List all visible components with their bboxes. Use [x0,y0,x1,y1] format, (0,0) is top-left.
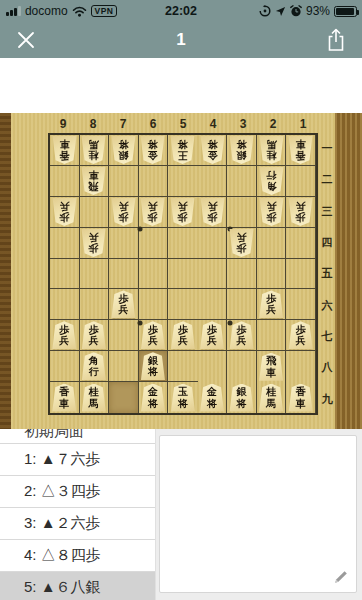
shogi-piece[interactable]: 歩兵 [170,198,195,226]
board-frame-left [0,113,11,429]
initial-position-label: 初期局面 [0,429,155,441]
board-square[interactable]: 歩兵 [257,197,287,228]
board-square[interactable]: 香車 [50,135,80,166]
shogi-piece[interactable]: 歩兵 [200,321,225,349]
board-square[interactable]: 歩兵 [227,228,257,259]
rank-label: 九 [318,384,336,415]
content-gap [0,58,362,113]
board-square[interactable] [109,351,139,382]
shogi-piece[interactable]: 玉将 [170,384,195,412]
shogi-piece[interactable]: 歩兵 [229,229,254,257]
board-square[interactable]: 銀将 [227,382,257,413]
shogi-piece[interactable]: 桂馬 [81,384,106,412]
board-square[interactable]: 王将 [168,135,198,166]
board-square[interactable]: 歩兵 [286,320,316,351]
board-square[interactable]: 歩兵 [257,289,287,320]
board-square[interactable] [168,259,198,290]
shogi-piece[interactable]: 桂馬 [259,136,284,164]
comment-area [156,429,362,600]
file-label: 9 [48,116,78,132]
board-square[interactable]: 歩兵 [109,289,139,320]
board-square[interactable] [257,320,287,351]
shogi-piece[interactable]: 銀将 [111,136,136,164]
board-square[interactable]: 歩兵 [227,320,257,351]
board-square[interactable] [257,228,287,259]
board-square[interactable]: 歩兵 [286,197,316,228]
board-square[interactable] [139,228,169,259]
shogi-piece[interactable]: 桂馬 [81,136,106,164]
board-square[interactable] [286,228,316,259]
shogi-piece[interactable]: 角行 [81,352,106,380]
shogi-piece[interactable]: 歩兵 [200,198,225,226]
board-square[interactable]: 歩兵 [50,197,80,228]
page-title: 1 [0,30,362,50]
board-square[interactable]: 桂馬 [257,135,287,166]
file-label: 8 [78,116,108,132]
board-square[interactable]: 角行 [257,166,287,197]
board-square[interactable] [168,351,198,382]
board-square[interactable] [286,289,316,320]
board-square[interactable] [80,197,110,228]
board-square[interactable] [109,259,139,290]
file-label: 7 [108,116,138,132]
board-square[interactable] [109,166,139,197]
board-square[interactable]: 歩兵 [139,197,169,228]
board-square[interactable]: 飛車 [80,166,110,197]
shogi-piece[interactable]: 歩兵 [288,198,313,226]
rank-label: 五 [318,258,336,289]
file-label: 3 [228,116,258,132]
file-label: 4 [198,116,228,132]
board-square[interactable] [286,166,316,197]
board-square[interactable]: 銀将 [139,351,169,382]
share-icon[interactable] [326,28,346,52]
shogi-piece[interactable]: 金将 [140,136,165,164]
rank-labels: 一二三四五六七八九 [318,133,336,415]
shogi-piece[interactable]: 歩兵 [81,321,106,349]
board-square[interactable] [50,228,80,259]
shogi-piece[interactable]: 香車 [288,384,313,412]
star-point [138,227,143,232]
board-square[interactable] [198,259,228,290]
board-square[interactable] [139,166,169,197]
board-square[interactable] [198,289,228,320]
board-square[interactable] [227,351,257,382]
shogi-piece[interactable]: 銀将 [229,384,254,412]
shogi-piece[interactable]: 桂馬 [259,384,284,412]
board-square[interactable]: 歩兵 [80,228,110,259]
board-square[interactable]: 玉将 [168,382,198,413]
edit-pencil-icon[interactable] [333,569,349,585]
shogi-piece[interactable]: 金将 [200,136,225,164]
app-screen: docomo VPN 22:02 93% [0,0,362,600]
bottom-panel: 初期局面 1: ▲７六歩2: △３四歩3: ▲２六歩4: △８四歩5: ▲６八銀 [0,429,362,600]
rank-label: 七 [318,321,336,352]
board-frame-right [335,113,362,429]
shogi-piece[interactable]: 歩兵 [288,321,313,349]
board-square[interactable]: 金将 [198,382,228,413]
board-square[interactable] [257,259,287,290]
shogi-piece[interactable]: 銀将 [229,136,254,164]
board-square[interactable]: 歩兵 [168,197,198,228]
board-square[interactable]: 香車 [50,382,80,413]
board-grid: 香車桂馬銀将金将王将金将銀将桂馬香車飛車角行歩兵歩兵歩兵歩兵歩兵歩兵歩兵歩兵歩兵… [48,133,318,415]
board-square[interactable] [109,382,139,413]
shogi-piece[interactable]: 歩兵 [259,198,284,226]
board-square[interactable]: 歩兵 [109,197,139,228]
board-square[interactable]: 歩兵 [168,320,198,351]
shogi-piece[interactable]: 歩兵 [111,198,136,226]
shogi-piece[interactable]: 歩兵 [229,321,254,349]
initial-position-row[interactable]: 初期局面 [0,429,155,443]
shogi-piece[interactable]: 金将 [140,384,165,412]
shogi-piece[interactable]: 歩兵 [140,198,165,226]
comment-box[interactable] [159,435,357,593]
rank-label: 三 [318,196,336,227]
board-square[interactable] [50,259,80,290]
shogi-piece[interactable]: 飛車 [259,353,284,381]
board-square[interactable]: 歩兵 [50,320,80,351]
board-square[interactable] [50,166,80,197]
board-square[interactable]: 桂馬 [257,382,287,413]
location-arrow-icon [275,6,286,17]
board-square[interactable]: 桂馬 [80,382,110,413]
board-square[interactable] [168,228,198,259]
board-square[interactable] [227,289,257,320]
rank-label: 四 [318,227,336,258]
file-label: 6 [138,116,168,132]
shogi-piece[interactable]: 王将 [170,136,195,164]
star-point [138,321,143,326]
board-square[interactable] [286,259,316,290]
file-label: 2 [258,116,288,132]
star-point [228,321,233,326]
board-square[interactable]: 香車 [286,382,316,413]
shogi-piece[interactable]: 銀将 [140,352,165,380]
move-item[interactable]: 3: ▲２六歩 [0,507,155,539]
shogi-piece[interactable]: 香車 [52,136,77,164]
board-square[interactable] [227,259,257,290]
board-square[interactable]: 歩兵 [198,320,228,351]
board-square[interactable]: 歩兵 [80,320,110,351]
board-square[interactable]: 銀将 [109,135,139,166]
board-square[interactable]: 香車 [286,135,316,166]
board-square[interactable] [139,259,169,290]
move-item[interactable]: 4: △８四歩 [0,539,155,571]
board-square[interactable]: 金将 [139,382,169,413]
board-square[interactable] [80,259,110,290]
board-square[interactable]: 金将 [139,135,169,166]
battery-percent-label: 93% [306,4,330,18]
rank-label: 八 [318,352,336,383]
status-bar: docomo VPN 22:02 93% [0,0,362,22]
shogi-piece[interactable]: 香車 [288,136,313,164]
board-square[interactable] [198,228,228,259]
move-item[interactable]: 2: △３四歩 [0,475,155,507]
shogi-piece[interactable]: 歩兵 [259,290,284,318]
board-square[interactable] [50,351,80,382]
move-list: 初期局面 1: ▲７六歩2: △３四歩3: ▲２六歩4: △８四歩5: ▲６八銀 [0,429,156,600]
shogi-board: 987654321 一二三四五六七八九 香車桂馬銀将金将王将金将銀将桂馬香車飛車… [0,113,362,429]
file-label: 1 [288,116,318,132]
board-square[interactable]: 桂馬 [80,135,110,166]
nav-bar: 1 [0,22,362,58]
move-item[interactable]: 1: ▲７六歩 [0,443,155,475]
board-square[interactable]: 金将 [198,135,228,166]
board-square[interactable] [109,228,139,259]
file-label: 5 [168,116,198,132]
board-square[interactable] [139,289,169,320]
rank-label: 六 [318,290,336,321]
board-square[interactable] [168,166,198,197]
board-square[interactable] [227,197,257,228]
alarm-clock-icon [290,5,302,17]
board-square[interactable] [80,289,110,320]
board-square[interactable] [168,289,198,320]
board-square[interactable] [198,351,228,382]
status-right: 93% [259,0,357,22]
board-square[interactable] [286,351,316,382]
board-square[interactable] [198,166,228,197]
rank-label: 一 [318,133,336,164]
shogi-piece[interactable]: 歩兵 [52,321,77,349]
shogi-piece[interactable]: 歩兵 [111,290,136,318]
shogi-piece[interactable]: 歩兵 [52,198,77,226]
shogi-piece[interactable]: 歩兵 [81,229,106,257]
board-square[interactable]: 歩兵 [139,320,169,351]
battery-icon [334,6,357,17]
shogi-piece[interactable]: 歩兵 [140,321,165,349]
rotation-lock-icon [259,5,271,17]
board-square[interactable]: 角行 [80,351,110,382]
file-labels: 987654321 [48,116,318,132]
board-square[interactable] [109,320,139,351]
rank-label: 二 [318,164,336,195]
shogi-piece[interactable]: 歩兵 [170,321,195,349]
board-square[interactable] [50,289,80,320]
shogi-piece[interactable]: 飛車 [81,167,106,195]
board-square[interactable]: 銀将 [227,135,257,166]
shogi-piece[interactable]: 香車 [52,384,77,412]
shogi-piece[interactable]: 角行 [259,167,284,195]
move-item[interactable]: 5: ▲６八銀 [0,571,155,600]
board-square[interactable]: 歩兵 [198,197,228,228]
shogi-piece[interactable]: 金将 [200,384,225,412]
board-square[interactable] [227,166,257,197]
board-square[interactable]: 飛車 [257,351,287,382]
